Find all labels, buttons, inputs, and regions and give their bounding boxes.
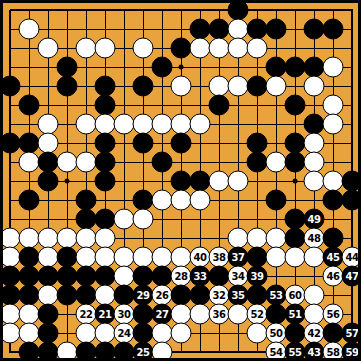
stone-black [209,19,230,40]
stone-white-move-40: 40 [190,247,211,268]
stone-black [247,247,268,268]
stone-white [304,247,325,268]
stone-black-move-39: 39 [247,266,268,287]
stone-black [304,114,325,135]
stone-white [304,76,325,97]
stone-white [247,228,268,249]
stone-white-move-58: 58 [323,342,344,361]
stone-white [209,38,230,59]
stone-white [0,228,21,249]
stone-white [304,152,325,173]
stone-white [57,342,78,361]
stone-white [19,323,40,344]
stone-white [19,304,40,325]
stone-black [133,190,154,211]
stone-white [171,190,192,211]
stone-white [171,76,192,97]
stone-white [57,152,78,173]
stone-white [152,247,173,268]
stone-white [133,114,154,135]
stone-white [152,114,173,135]
stone-black-move-53: 53 [266,285,287,306]
stone-white [114,209,135,230]
stone-black [95,152,116,173]
stone-black [171,38,192,59]
stone-white-move-24: 24 [114,323,135,344]
stone-black [19,266,40,287]
stone-black [323,228,344,249]
stone-white [285,247,306,268]
stone-black [323,19,344,40]
stone-black [133,304,154,325]
stone-black [171,133,192,154]
stone-black [38,304,59,325]
stone-white-move-56: 56 [323,304,344,325]
stone-white [190,190,211,211]
stone-white [76,323,97,344]
stone-white [0,323,21,344]
stone-black [209,95,230,116]
stone-black [304,19,325,40]
stone-white [190,304,211,325]
stone-black-move-35: 35 [228,285,249,306]
stone-black [76,209,97,230]
stone-white [133,247,154,268]
stone-white [76,247,97,268]
star-point [179,65,184,70]
stone-black [57,285,78,306]
stone-black [247,133,268,154]
stone-white [38,228,59,249]
stone-black-move-27: 27 [152,304,173,325]
stone-black [228,0,249,21]
stone-black [247,19,268,40]
stone-black [57,57,78,78]
stone-white [57,228,78,249]
stone-black [19,133,40,154]
stone-black [76,285,97,306]
stone-white [171,304,192,325]
stone-white [152,323,173,344]
stone-white-move-46: 46 [323,266,344,287]
stone-white [171,247,192,268]
stone-white [152,190,173,211]
stone-white [38,133,59,154]
stone-black [266,19,287,40]
stone-black [95,209,116,230]
stone-black [76,342,97,361]
stone-black [19,95,40,116]
stone-black [0,285,21,306]
stone-white [304,285,325,306]
stone-black [323,190,344,211]
stone-white [152,342,173,361]
stone-black [285,133,306,154]
stone-black [95,133,116,154]
stone-white [114,247,135,268]
stone-white [95,228,116,249]
stone-black-move-49: 49 [304,209,325,230]
stone-white [228,304,249,325]
stone-white-move-26: 26 [152,285,173,306]
stone-white [171,114,192,135]
stone-black-move-43: 43 [304,342,325,361]
stone-white [76,114,97,135]
stone-white [323,114,344,135]
stone-black [152,266,173,287]
stone-black [133,266,154,287]
stone-white [209,76,230,97]
stone-black-move-45: 45 [323,247,344,268]
stone-white [190,114,211,135]
stone-white [228,228,249,249]
stone-white [247,38,268,59]
stone-black [285,57,306,78]
stone-white [19,152,40,173]
stone-white-move-36: 36 [209,304,230,325]
stone-black [38,171,59,192]
stone-black [95,342,116,361]
stone-black [133,76,154,97]
stone-white [323,57,344,78]
stone-white [38,285,59,306]
stone-white [95,285,116,306]
stone-black [285,323,306,344]
stone-black [114,285,135,306]
stone-white-move-44: 44 [342,247,361,268]
stone-black [304,57,325,78]
stone-black [19,247,40,268]
stone-white [266,76,287,97]
stone-black-move-37: 37 [228,247,249,268]
stone-black-move-25: 25 [133,342,154,361]
stone-black [0,266,21,287]
stone-white [209,171,230,192]
stone-white [76,38,97,59]
stone-white [323,95,344,116]
stone-black [19,342,40,361]
stone-white [0,304,21,325]
stone-black [323,323,344,344]
stone-black-move-55: 55 [285,342,306,361]
stone-black-move-57: 57 [342,323,361,344]
stone-black [57,266,78,287]
stone-white-move-48: 48 [304,228,325,249]
stone-black [38,342,59,361]
stone-black [285,152,306,173]
stone-white-move-28: 28 [171,266,192,287]
stone-black-move-33: 33 [190,266,211,287]
stone-white [38,247,59,268]
stone-white [247,323,268,344]
stone-white [0,247,21,268]
stone-black [133,133,154,154]
stone-white [228,19,249,40]
stone-white [171,323,192,344]
stone-white-move-42: 42 [304,323,325,344]
stone-white [228,76,249,97]
stone-white [114,266,135,287]
stone-black [247,285,268,306]
stone-white [95,247,116,268]
stone-black [171,171,192,192]
stone-white [76,152,97,173]
stone-black [247,76,268,97]
stone-white [133,38,154,59]
stone-black-move-21: 21 [95,304,116,325]
stone-black [0,133,21,154]
stone-black [76,190,97,211]
stone-black [38,152,59,173]
stone-black [209,266,230,287]
stone-black [19,285,40,306]
stone-black [190,19,211,40]
stone-white [266,228,287,249]
stone-white-move-32: 32 [209,285,230,306]
stone-black [285,228,306,249]
stone-white [76,228,97,249]
stone-black [266,190,287,211]
stone-white [19,228,40,249]
stone-black-move-59: 59 [342,342,361,361]
stone-black [247,152,268,173]
stone-white [19,19,40,40]
stone-white-move-30: 30 [114,304,135,325]
stone-white [304,171,325,192]
stone-black-move-51: 51 [285,304,306,325]
stone-black [133,323,154,344]
stone-white [114,114,135,135]
stone-white [95,323,116,344]
stone-black [266,57,287,78]
stone-white [133,209,154,230]
stone-black [57,247,78,268]
star-point [293,179,298,184]
stone-black [0,76,21,97]
stone-black [95,171,116,192]
stone-black [342,190,361,211]
star-point [65,179,70,184]
stone-white [190,38,211,59]
stone-white [95,114,116,135]
stone-white-move-50: 50 [266,323,287,344]
stone-black [38,266,59,287]
stone-black [95,95,116,116]
stone-black [95,76,116,97]
stone-white-move-34: 34 [228,266,249,287]
stone-black [152,57,173,78]
stone-black [57,76,78,97]
stone-black [152,152,173,173]
stone-white [266,152,287,173]
stone-black [76,266,97,287]
stone-black [266,304,287,325]
stone-white [228,171,249,192]
stone-black [114,342,135,361]
go-board[interactable]: 4948403837454428333439464729263235536022… [0,0,361,361]
stone-white [304,304,325,325]
stone-black [190,171,211,192]
stone-black-move-29: 29 [133,285,154,306]
stone-white [95,38,116,59]
stone-black [95,266,116,287]
stone-white-move-52: 52 [247,304,268,325]
stone-black [190,285,211,306]
stone-white [38,38,59,59]
stone-white [304,133,325,154]
stone-white-move-22: 22 [76,304,97,325]
stone-black [285,209,306,230]
stone-black [38,323,59,344]
stone-white [266,247,287,268]
go-diagram: 4948403837454428333439464729263235536022… [0,0,361,361]
stone-white [228,38,249,59]
stone-black [342,171,361,192]
stone-white-move-54: 54 [266,342,287,361]
stone-black [19,190,40,211]
stone-black [285,95,306,116]
stone-white [38,114,59,135]
stone-white-move-38: 38 [209,247,230,268]
stone-black [171,285,192,306]
stone-black-move-47: 47 [342,266,361,287]
stone-white-move-60: 60 [285,285,306,306]
stone-white [323,171,344,192]
